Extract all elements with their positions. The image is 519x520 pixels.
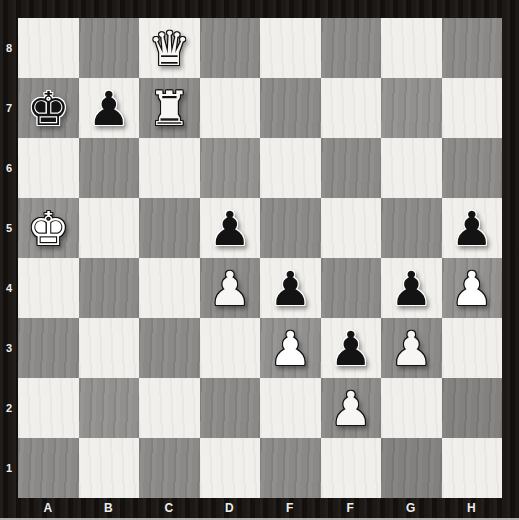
- square-a2[interactable]: [18, 378, 79, 438]
- square-d1[interactable]: [200, 438, 261, 498]
- piece-black-pawn-f3[interactable]: ♟: [330, 325, 372, 372]
- rank-label-1: 1: [0, 438, 18, 498]
- piece-black-king-a7[interactable]: ♚: [27, 85, 69, 132]
- square-d2[interactable]: [200, 378, 261, 438]
- file-label-g: G: [381, 498, 442, 518]
- piece-black-pawn-d5[interactable]: ♟: [209, 205, 251, 252]
- square-a5[interactable]: ♚: [18, 198, 79, 258]
- square-b2[interactable]: [79, 378, 140, 438]
- square-a3[interactable]: [18, 318, 79, 378]
- piece-black-pawn-b7[interactable]: ♟: [88, 85, 130, 132]
- square-h1[interactable]: [442, 438, 503, 498]
- file-label-h: H: [442, 498, 503, 518]
- square-d6[interactable]: [200, 138, 261, 198]
- file-label-a: A: [18, 498, 79, 518]
- chess-diagram-frame: 87654321 ♛♚♟♜♚♟♟♟♟♟♟♟♟♟♟ ABCDFFGH: [0, 0, 519, 520]
- square-e6[interactable]: [260, 138, 321, 198]
- square-c8[interactable]: ♛: [139, 18, 200, 78]
- square-h3[interactable]: [442, 318, 503, 378]
- piece-white-king-a5[interactable]: ♚: [27, 205, 69, 252]
- square-e1[interactable]: [260, 438, 321, 498]
- square-a6[interactable]: [18, 138, 79, 198]
- square-c4[interactable]: [139, 258, 200, 318]
- square-c6[interactable]: [139, 138, 200, 198]
- rank-label-7: 7: [0, 78, 18, 138]
- square-g5[interactable]: [381, 198, 442, 258]
- square-d4[interactable]: ♟: [200, 258, 261, 318]
- square-h2[interactable]: [442, 378, 503, 438]
- square-d8[interactable]: [200, 18, 261, 78]
- square-a4[interactable]: [18, 258, 79, 318]
- square-f6[interactable]: [321, 138, 382, 198]
- rank-label-8: 8: [0, 18, 18, 78]
- square-h7[interactable]: [442, 78, 503, 138]
- square-e5[interactable]: [260, 198, 321, 258]
- square-e3[interactable]: ♟: [260, 318, 321, 378]
- square-b5[interactable]: [79, 198, 140, 258]
- square-g6[interactable]: [381, 138, 442, 198]
- square-g8[interactable]: [381, 18, 442, 78]
- piece-white-pawn-h4[interactable]: ♟: [451, 265, 493, 312]
- square-f3[interactable]: ♟: [321, 318, 382, 378]
- square-g3[interactable]: ♟: [381, 318, 442, 378]
- square-f4[interactable]: [321, 258, 382, 318]
- piece-white-queen-c8[interactable]: ♛: [148, 25, 190, 72]
- piece-white-pawn-g3[interactable]: ♟: [390, 325, 432, 372]
- rank-labels: 87654321: [0, 18, 18, 498]
- square-a8[interactable]: [18, 18, 79, 78]
- square-e4[interactable]: ♟: [260, 258, 321, 318]
- rank-label-5: 5: [0, 198, 18, 258]
- square-c7[interactable]: ♜: [139, 78, 200, 138]
- square-f2[interactable]: ♟: [321, 378, 382, 438]
- piece-white-pawn-e3[interactable]: ♟: [269, 325, 311, 372]
- square-f1[interactable]: [321, 438, 382, 498]
- square-h6[interactable]: [442, 138, 503, 198]
- square-g2[interactable]: [381, 378, 442, 438]
- chess-board: ♛♚♟♜♚♟♟♟♟♟♟♟♟♟♟: [18, 18, 502, 498]
- square-b8[interactable]: [79, 18, 140, 78]
- rank-label-4: 4: [0, 258, 18, 318]
- file-label-b: B: [79, 498, 140, 518]
- square-h8[interactable]: [442, 18, 503, 78]
- square-d5[interactable]: ♟: [200, 198, 261, 258]
- square-c5[interactable]: [139, 198, 200, 258]
- square-b7[interactable]: ♟: [79, 78, 140, 138]
- piece-black-pawn-h5[interactable]: ♟: [451, 205, 493, 252]
- square-g1[interactable]: [381, 438, 442, 498]
- file-label-f: F: [321, 498, 382, 518]
- square-b1[interactable]: [79, 438, 140, 498]
- square-b4[interactable]: [79, 258, 140, 318]
- square-b3[interactable]: [79, 318, 140, 378]
- square-b6[interactable]: [79, 138, 140, 198]
- square-e8[interactable]: [260, 18, 321, 78]
- piece-black-pawn-g4[interactable]: ♟: [390, 265, 432, 312]
- square-h4[interactable]: ♟: [442, 258, 503, 318]
- square-h5[interactable]: ♟: [442, 198, 503, 258]
- square-c1[interactable]: [139, 438, 200, 498]
- square-a1[interactable]: [18, 438, 79, 498]
- square-c3[interactable]: [139, 318, 200, 378]
- rank-label-2: 2: [0, 378, 18, 438]
- square-e7[interactable]: [260, 78, 321, 138]
- rank-label-3: 3: [0, 318, 18, 378]
- file-labels: ABCDFFGH: [18, 498, 502, 518]
- square-d7[interactable]: [200, 78, 261, 138]
- piece-white-pawn-d4[interactable]: ♟: [209, 265, 251, 312]
- file-label-d: D: [200, 498, 261, 518]
- rank-label-6: 6: [0, 138, 18, 198]
- piece-white-pawn-f2[interactable]: ♟: [330, 385, 372, 432]
- square-f7[interactable]: [321, 78, 382, 138]
- square-f8[interactable]: [321, 18, 382, 78]
- square-g4[interactable]: ♟: [381, 258, 442, 318]
- piece-black-pawn-e4[interactable]: ♟: [269, 265, 311, 312]
- file-label-e: F: [260, 498, 321, 518]
- square-f5[interactable]: [321, 198, 382, 258]
- square-d3[interactable]: [200, 318, 261, 378]
- square-c2[interactable]: [139, 378, 200, 438]
- square-a7[interactable]: ♚: [18, 78, 79, 138]
- square-e2[interactable]: [260, 378, 321, 438]
- file-label-c: C: [139, 498, 200, 518]
- square-g7[interactable]: [381, 78, 442, 138]
- piece-white-rook-c7[interactable]: ♜: [148, 85, 190, 132]
